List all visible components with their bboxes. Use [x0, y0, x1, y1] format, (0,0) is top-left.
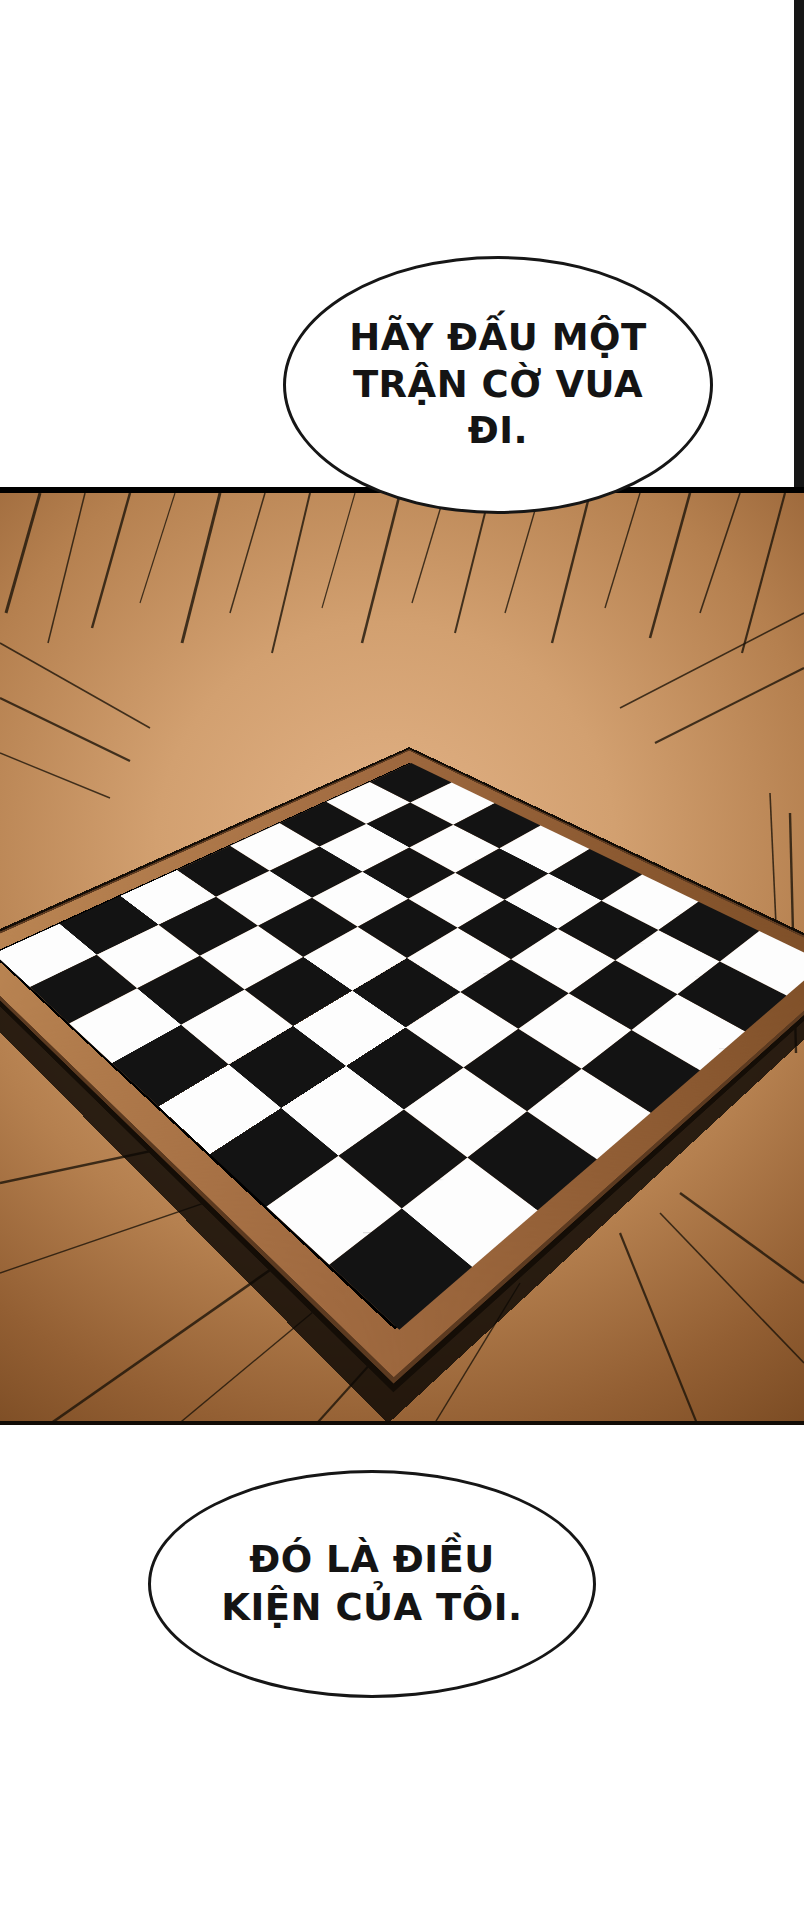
- bubble-text-line: ĐÓ LÀ ĐIỀU: [249, 1536, 495, 1584]
- square-d4: [352, 958, 460, 1027]
- comic-page: { "game": "chess", "position": { "fen": …: [0, 0, 804, 1919]
- bubble-text-line: KIỆN CỦA TÔI.: [221, 1584, 522, 1632]
- bubble-text-line: ĐI.: [468, 408, 528, 455]
- adjacent-panel-strip: [794, 0, 804, 487]
- chess-board-frame: ♚♛♝♜♟♝♞♟♟♟♟♜♟♟♟♛♞♟♟♟♟♞♟♟♜♚♝♜: [0, 747, 804, 1392]
- chess-board: ♚♛♝♜♟♝♞♟♟♟♟♜♟♟♟♛♞♟♟♟♟♞♟♟♜♚♝♜: [0, 763, 804, 1330]
- bubble-text-line: HÃY ĐẤU MỘT: [349, 315, 646, 362]
- comic-panel: ♚♛♝♜♟♝♞♟♟♟♟♜♟♟♟♛♞♟♟♟♟♞♟♟♜♚♝♜: [0, 487, 804, 1425]
- bubble-text-line: TRẬN CỜ VUA: [353, 362, 643, 409]
- speech-bubble-bottom: ĐÓ LÀ ĐIỀU KIỆN CỦA TÔI.: [148, 1470, 596, 1698]
- chess-board-scene: ♚♛♝♜♟♝♞♟♟♟♟♜♟♟♟♛♞♟♟♟♟♞♟♟♜♚♝♜: [0, 740, 804, 1421]
- speech-bubble-top: HÃY ĐẤU MỘT TRẬN CỜ VUA ĐI.: [283, 256, 713, 514]
